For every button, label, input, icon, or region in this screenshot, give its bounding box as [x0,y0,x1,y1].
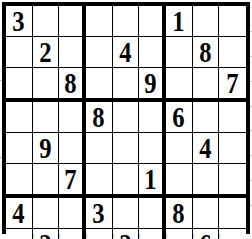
cell-r3c2[interactable] [33,68,60,102]
cell-r4c7[interactable]: 6 [166,102,193,133]
cell-r6c8[interactable] [193,164,220,198]
cell-r2c1[interactable] [6,37,33,68]
cell-r3c8[interactable] [193,68,220,102]
cell-r8c9[interactable] [219,229,246,239]
spreadsheet-gridline-tick [250,130,252,131]
cell-r5c9[interactable] [219,133,246,164]
cell-r3c3[interactable]: 8 [59,68,86,102]
cell-r3c4[interactable] [86,68,113,102]
cell-r5c4[interactable] [86,133,113,164]
cell-r3c6[interactable]: 9 [139,68,166,102]
given-digit: 1 [145,164,157,194]
given-digit: 3 [39,229,51,239]
given-digit: 9 [39,133,51,163]
cell-r6c3[interactable]: 7 [59,164,86,198]
cell-r7c8[interactable] [193,198,220,229]
given-digit: 7 [227,68,239,98]
cell-r7c1[interactable]: 4 [6,198,33,229]
spreadsheet-gridline-tick [250,31,252,32]
cell-r8c4[interactable] [86,229,113,239]
cell-r5c7[interactable] [166,133,193,164]
cell-r3c5[interactable] [113,68,140,102]
cell-r2c6[interactable] [139,37,166,68]
cell-r2c3[interactable] [59,37,86,68]
cell-r6c4[interactable] [86,164,113,198]
cell-r5c6[interactable] [139,133,166,164]
cell-r6c7[interactable] [166,164,193,198]
given-digit: 7 [65,164,77,194]
cell-r6c6[interactable]: 1 [139,164,166,198]
sudoku-board: 3124889786947143832691 [2,2,250,234]
given-digit: 8 [173,198,185,228]
cell-r4c5[interactable] [113,102,140,133]
cell-r1c7[interactable]: 1 [166,6,193,37]
given-digit: 1 [173,6,185,36]
cell-r7c3[interactable] [59,198,86,229]
cell-r7c4[interactable]: 3 [86,198,113,229]
cell-r6c2[interactable] [33,164,60,198]
cell-r2c2[interactable]: 2 [33,37,60,68]
cell-r6c9[interactable] [219,164,246,198]
spreadsheet-gridline-tick [250,205,252,206]
cell-r5c1[interactable] [6,133,33,164]
spreadsheet-gridline-tick [250,106,252,107]
cell-r4c6[interactable] [139,102,166,133]
cell-r1c3[interactable] [59,6,86,37]
cell-r8c3[interactable] [59,229,86,239]
cell-r4c8[interactable] [193,102,220,133]
cell-r2c9[interactable] [219,37,246,68]
cell-r4c3[interactable] [59,102,86,133]
cell-r6c5[interactable] [113,164,140,198]
sudoku-page: 3124889786947143832691 [0,0,252,239]
given-digit: 6 [199,229,211,239]
cell-r3c1[interactable] [6,68,33,102]
spreadsheet-gridline-tick [193,234,194,238]
cell-r1c1[interactable]: 3 [6,6,33,37]
spreadsheet-gridline-tick [86,234,87,238]
cell-r7c9[interactable] [219,198,246,229]
given-digit: 4 [119,37,131,67]
spreadsheet-gridline-tick [250,180,252,181]
given-digit: 8 [65,68,77,98]
cell-r1c2[interactable] [33,6,60,37]
spreadsheet-gridline-tick [33,234,34,238]
cell-r8c7[interactable] [166,229,193,239]
cell-r2c5[interactable]: 4 [113,37,140,68]
spreadsheet-gridline-tick [219,234,220,238]
cell-r1c8[interactable] [193,6,220,37]
given-digit: 3 [13,6,25,36]
cell-r1c4[interactable] [86,6,113,37]
spreadsheet-gridline-tick [250,81,252,82]
cell-r4c4[interactable]: 8 [86,102,113,133]
cell-r7c7[interactable]: 8 [166,198,193,229]
given-digit: 8 [199,37,211,67]
spreadsheet-gridline-tick [139,234,140,238]
spreadsheet-gridline-tick [250,56,252,57]
cell-r4c2[interactable] [33,102,60,133]
given-digit: 4 [13,198,25,228]
cell-r5c8[interactable]: 4 [193,133,220,164]
spreadsheet-gridline-tick [250,155,252,156]
cell-r2c7[interactable] [166,37,193,68]
cell-r2c8[interactable]: 8 [193,37,220,68]
cell-r2c4[interactable] [86,37,113,68]
cell-r3c7[interactable] [166,68,193,102]
spreadsheet-gridline-tick [0,80,2,81]
cell-r4c1[interactable] [6,102,33,133]
cell-r8c1[interactable] [6,229,33,239]
cell-r7c5[interactable] [113,198,140,229]
cell-r4c9[interactable] [219,102,246,133]
cell-r1c6[interactable] [139,6,166,37]
cell-r1c9[interactable] [219,6,246,37]
cell-r8c5[interactable]: 2 [113,229,140,239]
cell-r3c9[interactable]: 7 [219,68,246,102]
given-digit: 3 [93,198,105,228]
cell-r5c2[interactable]: 9 [33,133,60,164]
given-digit: 8 [93,102,105,132]
given-digit: 4 [199,133,211,163]
cell-r7c2[interactable] [33,198,60,229]
given-digit: 6 [173,102,185,132]
given-digit: 2 [119,229,131,239]
spreadsheet-gridline-tick [59,234,60,238]
given-digit: 9 [145,68,157,98]
spreadsheet-gridline-tick [0,157,2,158]
cell-r5c3[interactable] [59,133,86,164]
spreadsheet-gridline-tick [166,234,167,238]
given-digit: 2 [39,37,51,67]
cell-r5c5[interactable] [113,133,140,164]
cell-r8c2[interactable]: 3 [33,229,60,239]
spreadsheet-gridline-tick [113,234,114,238]
cell-r1c5[interactable] [113,6,140,37]
cell-r7c6[interactable] [139,198,166,229]
cell-r6c1[interactable] [6,164,33,198]
cell-r8c6[interactable] [139,229,166,239]
cell-r8c8[interactable]: 6 [193,229,220,239]
